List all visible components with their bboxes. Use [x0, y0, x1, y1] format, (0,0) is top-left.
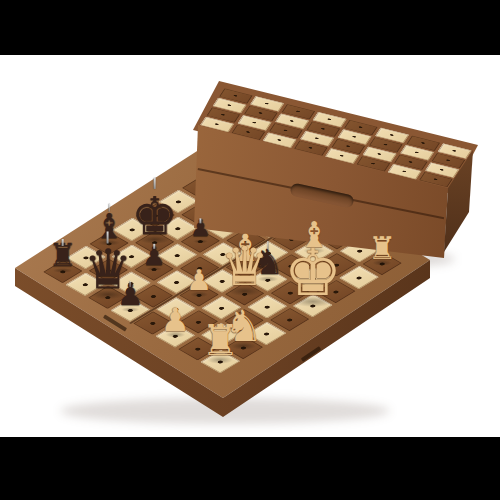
peg-hole [283, 129, 288, 132]
piece-shadow [207, 356, 233, 364]
piece-white-rook[interactable]: ♜ [201, 319, 239, 361]
piece-white-rook[interactable]: ♜ [368, 232, 396, 263]
peg-hole [233, 94, 238, 97]
peg-hole [289, 120, 294, 123]
peg-hole [383, 143, 388, 146]
peg-hole [346, 145, 351, 148]
peg-hole [433, 178, 438, 181]
tactile-pin [107, 232, 109, 244]
piece-shadow [228, 286, 261, 296]
peg-hole [408, 161, 413, 164]
tactile-pin [154, 178, 156, 189]
peg-hole [286, 317, 294, 321]
tactile-pin [200, 218, 202, 223]
piece-black-king[interactable]: ♚ [131, 190, 178, 242]
rook-glyph: ♜ [368, 232, 396, 263]
peg-hole [264, 102, 269, 105]
piece-white-pawn[interactable]: ♟ [186, 266, 212, 295]
piece-shadow [165, 332, 185, 338]
peg-hole [439, 169, 444, 172]
peg-hole [371, 162, 376, 165]
tactile-pin [130, 281, 132, 288]
piece-white-queen[interactable]: ♛ [221, 240, 269, 294]
peg-hole [389, 134, 394, 137]
piece-white-pawn[interactable]: ♟ [161, 303, 190, 335]
letterbox-bar-bottom [0, 437, 500, 500]
peg-hole [263, 304, 271, 308]
peg-hole [327, 118, 332, 121]
peg-hole [173, 253, 181, 257]
tactile-pin [108, 204, 110, 212]
peg-hole [221, 113, 226, 116]
peg-hole [149, 321, 157, 325]
peg-hole [321, 128, 326, 131]
product-photo-scene: ♜♝♚♛♟♟♟♞♝♟♛♝♟♜♞♚♜ [0, 0, 500, 500]
peg-hole [402, 170, 407, 173]
tactile-pin [62, 239, 64, 246]
peg-hole [339, 154, 344, 157]
piece-shadow [190, 292, 208, 297]
pawn-glyph: ♟ [186, 266, 212, 295]
pawn-glyph: ♟ [161, 303, 190, 335]
piece-black-rook[interactable]: ♜ [48, 239, 77, 271]
piece-white-king[interactable]: ♚ [284, 241, 342, 306]
peg-hole [246, 131, 251, 134]
peg-hole [173, 280, 181, 284]
piece-shadow [146, 266, 162, 271]
peg-hole [377, 153, 382, 156]
peg-hole [452, 150, 457, 153]
finger-notch[interactable] [289, 182, 354, 208]
peg-hole [258, 112, 263, 115]
piece-black-pawn[interactable]: ♟ [117, 280, 144, 310]
peg-hole [263, 331, 271, 335]
piece-shadow [53, 268, 73, 274]
peg-hole [214, 123, 219, 126]
peg-hole [358, 126, 363, 129]
peg-hole [446, 159, 451, 162]
tactile-pin [153, 244, 155, 250]
peg-hole [227, 104, 232, 107]
peg-hole [277, 139, 282, 142]
piece-black-pawn[interactable]: ♟ [190, 218, 211, 242]
piece-shadow [293, 296, 333, 308]
peg-hole [150, 294, 158, 298]
peg-hole [314, 137, 319, 140]
piece-black-pawn[interactable]: ♟ [142, 243, 165, 269]
peg-hole [296, 110, 301, 113]
peg-hole [414, 151, 419, 154]
peg-hole [421, 142, 426, 145]
piece-shadow [373, 260, 392, 266]
peg-hole [252, 121, 257, 124]
peg-hole [356, 248, 364, 252]
peg-hole [352, 135, 357, 138]
letterbox-bar-top [0, 0, 500, 55]
peg-hole [355, 275, 363, 279]
peg-hole [308, 147, 313, 150]
